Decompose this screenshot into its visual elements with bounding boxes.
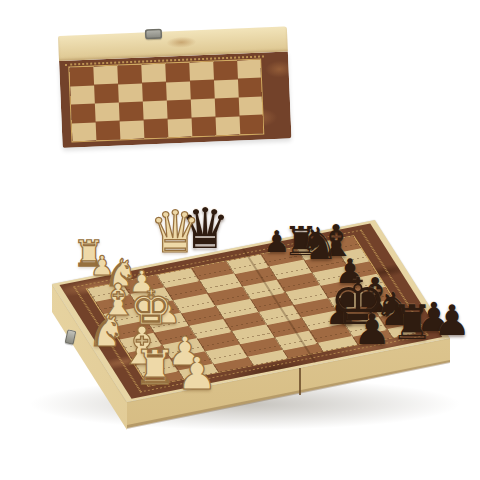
product-photo-scene: ♛♟♛♜♝♞♜♟♟♞♟♝♝♟♟♚♞♚♟♟♜♟♞♟♝♜♟ [0, 0, 480, 480]
black-knight: ♞ [299, 222, 338, 266]
pieces-layer: ♛♟♛♜♝♞♜♟♟♞♟♝♝♟♟♚♞♚♟♟♜♟♞♟♝♜♟ [0, 0, 480, 480]
black-rook: ♜ [390, 298, 433, 346]
white-pawn: ♟ [177, 351, 217, 396]
black-pawn: ♟ [433, 300, 471, 342]
black-pawn: ♟ [353, 309, 391, 351]
white-queen: ♛ [149, 203, 201, 261]
white-rook: ♜ [133, 343, 176, 391]
